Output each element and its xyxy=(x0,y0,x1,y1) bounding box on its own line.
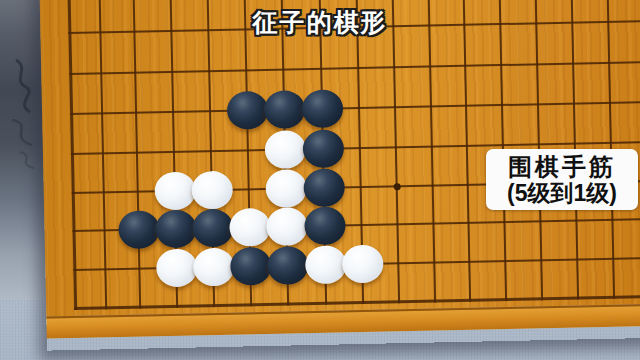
series-label-box: 围棋手筋 (5级到1级) xyxy=(486,149,638,210)
grid-vertical-line xyxy=(132,0,141,309)
series-label-line2: (5级到1级) xyxy=(507,180,617,206)
stone-white-H2 xyxy=(305,245,347,284)
series-label-line1: 围棋手筋 xyxy=(508,153,616,180)
grid-horizontal-line xyxy=(69,61,640,75)
stone-white-D4 xyxy=(154,171,196,210)
video-frame: 征子的棋形 围棋手筋 (5级到1级) xyxy=(0,0,640,360)
grid-vertical-line xyxy=(98,0,107,309)
stone-black-H3 xyxy=(304,206,346,245)
stone-white-G5 xyxy=(265,130,307,169)
stone-white-E4 xyxy=(191,171,233,210)
stone-black-D3 xyxy=(155,209,197,248)
stone-black-H6 xyxy=(302,89,344,128)
video-title: 征子的棋形 xyxy=(0,6,640,39)
stone-black-F6 xyxy=(227,91,269,130)
stone-white-D2 xyxy=(156,248,198,287)
stone-white-J2 xyxy=(342,245,384,284)
stone-black-F2 xyxy=(230,247,272,286)
stone-white-E2 xyxy=(193,248,235,287)
stone-black-G6 xyxy=(264,90,306,129)
star-point-K4 xyxy=(394,183,401,190)
grid-horizontal-line xyxy=(70,101,640,115)
grid-vertical-line xyxy=(462,0,471,302)
grid-vertical-line xyxy=(427,0,436,303)
stone-black-G2 xyxy=(267,246,309,285)
stone-white-G3 xyxy=(266,207,308,246)
grid-vertical-line xyxy=(391,0,400,303)
stone-black-E3 xyxy=(192,209,234,248)
stone-white-F3 xyxy=(229,208,271,247)
stone-black-C3 xyxy=(118,210,160,249)
stone-black-H5 xyxy=(302,129,344,168)
stone-white-G4 xyxy=(265,169,307,208)
stone-black-H4 xyxy=(303,168,345,207)
